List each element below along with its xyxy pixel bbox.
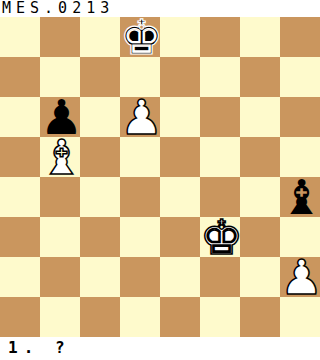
square-d2[interactable] <box>120 257 160 297</box>
square-c6[interactable] <box>80 97 120 137</box>
square-c5[interactable] <box>80 137 120 177</box>
square-g1[interactable] <box>240 297 280 337</box>
square-f5[interactable] <box>200 137 240 177</box>
square-a7[interactable] <box>0 57 40 97</box>
square-g6[interactable] <box>240 97 280 137</box>
square-g3[interactable] <box>240 217 280 257</box>
square-d5[interactable] <box>120 137 160 177</box>
square-c7[interactable] <box>80 57 120 97</box>
square-c1[interactable] <box>80 297 120 337</box>
square-e1[interactable] <box>160 297 200 337</box>
square-f7[interactable] <box>200 57 240 97</box>
square-h2[interactable]: ♟ <box>280 257 320 297</box>
square-b8[interactable] <box>40 17 80 57</box>
square-f6[interactable] <box>200 97 240 137</box>
square-a8[interactable] <box>0 17 40 57</box>
square-b1[interactable] <box>40 297 80 337</box>
chess-board[interactable]: ♚♟♟♝♝♚♟ <box>0 17 320 337</box>
square-a1[interactable] <box>0 297 40 337</box>
square-h4[interactable]: ♝ <box>280 177 320 217</box>
square-h1[interactable] <box>280 297 320 337</box>
square-b3[interactable] <box>40 217 80 257</box>
square-e3[interactable] <box>160 217 200 257</box>
square-e4[interactable] <box>160 177 200 217</box>
square-d8[interactable]: ♚ <box>120 17 160 57</box>
square-e6[interactable] <box>160 97 200 137</box>
square-h6[interactable] <box>280 97 320 137</box>
square-e5[interactable] <box>160 137 200 177</box>
square-a3[interactable] <box>0 217 40 257</box>
move-prompt-label: 1. ? <box>0 337 320 360</box>
square-d3[interactable] <box>120 217 160 257</box>
square-f8[interactable] <box>200 17 240 57</box>
square-b4[interactable] <box>40 177 80 217</box>
square-g8[interactable] <box>240 17 280 57</box>
square-f1[interactable] <box>200 297 240 337</box>
square-a4[interactable] <box>0 177 40 217</box>
square-g2[interactable] <box>240 257 280 297</box>
square-a2[interactable] <box>0 257 40 297</box>
square-d4[interactable] <box>120 177 160 217</box>
square-e8[interactable] <box>160 17 200 57</box>
square-d6[interactable]: ♟ <box>120 97 160 137</box>
square-a5[interactable] <box>0 137 40 177</box>
square-c3[interactable] <box>80 217 120 257</box>
square-c2[interactable] <box>80 257 120 297</box>
square-a6[interactable] <box>0 97 40 137</box>
square-b2[interactable] <box>40 257 80 297</box>
square-g4[interactable] <box>240 177 280 217</box>
square-f3[interactable]: ♚ <box>200 217 240 257</box>
square-c4[interactable] <box>80 177 120 217</box>
square-h8[interactable] <box>280 17 320 57</box>
square-c8[interactable] <box>80 17 120 57</box>
square-f2[interactable] <box>200 257 240 297</box>
square-b5[interactable]: ♝ <box>40 137 80 177</box>
square-d1[interactable] <box>120 297 160 337</box>
square-e7[interactable] <box>160 57 200 97</box>
square-g7[interactable] <box>240 57 280 97</box>
square-h7[interactable] <box>280 57 320 97</box>
square-g5[interactable] <box>240 137 280 177</box>
square-e2[interactable] <box>160 257 200 297</box>
